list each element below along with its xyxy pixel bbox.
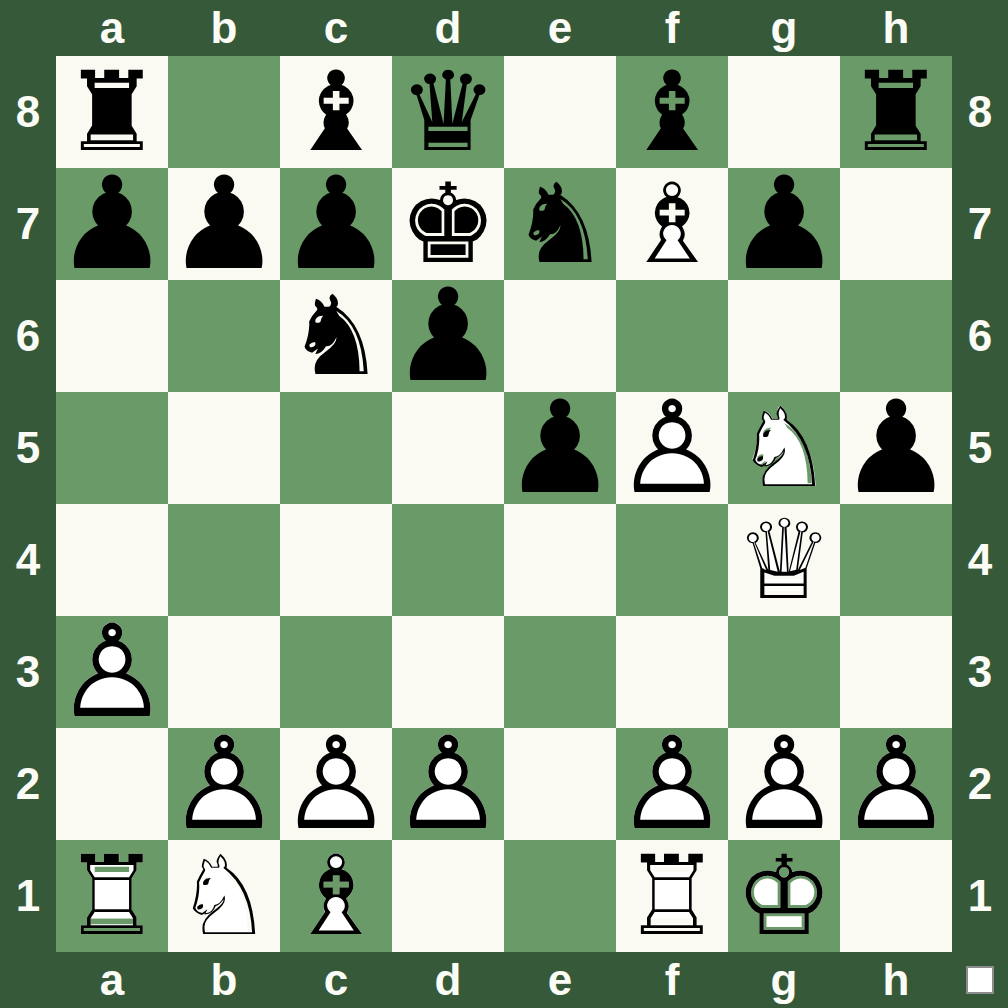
- square-g4[interactable]: ♛♕: [728, 504, 840, 616]
- square-a5[interactable]: [56, 392, 168, 504]
- white-piece-outline: ♙: [616, 728, 728, 840]
- rank-label-7: 7: [0, 168, 56, 280]
- square-h2[interactable]: ♟♙: [840, 728, 952, 840]
- piece-white-pawn[interactable]: ♟♙: [616, 392, 728, 504]
- file-label-h: h: [840, 952, 952, 1008]
- piece-white-pawn[interactable]: ♟♙: [168, 728, 280, 840]
- square-b2[interactable]: ♟♙: [168, 728, 280, 840]
- file-label-b: b: [168, 0, 280, 56]
- piece-black-pawn[interactable]: ♟: [728, 168, 840, 280]
- white-piece-outline: ♙: [616, 392, 728, 504]
- square-b1[interactable]: ♞♘: [168, 840, 280, 952]
- square-a1[interactable]: ♜♖: [56, 840, 168, 952]
- piece-white-pawn[interactable]: ♟♙: [392, 728, 504, 840]
- piece-white-pawn[interactable]: ♟♙: [616, 728, 728, 840]
- piece-black-pawn[interactable]: ♟: [840, 392, 952, 504]
- file-label-c: c: [280, 952, 392, 1008]
- piece-white-rook[interactable]: ♜♖: [616, 840, 728, 952]
- square-d8[interactable]: ♛: [392, 56, 504, 168]
- square-d1[interactable]: [392, 840, 504, 952]
- rank-label-8: 8: [952, 56, 1008, 168]
- white-piece-outline: ♙: [56, 616, 168, 728]
- square-h5[interactable]: ♟: [840, 392, 952, 504]
- piece-black-pawn[interactable]: ♟: [280, 168, 392, 280]
- rank-label-3: 3: [952, 616, 1008, 728]
- white-piece-outline: ♙: [840, 728, 952, 840]
- square-d6[interactable]: ♟: [392, 280, 504, 392]
- square-g5[interactable]: ♞♘: [728, 392, 840, 504]
- white-piece-outline: ♖: [56, 840, 168, 952]
- piece-white-bishop[interactable]: ♝♗: [280, 840, 392, 952]
- rank-label-7: 7: [952, 168, 1008, 280]
- piece-white-king[interactable]: ♚♔: [728, 840, 840, 952]
- file-label-e: e: [504, 0, 616, 56]
- square-e3[interactable]: [504, 616, 616, 728]
- white-piece-outline: ♖: [616, 840, 728, 952]
- rank-label-8: 8: [0, 56, 56, 168]
- square-f2[interactable]: ♟♙: [616, 728, 728, 840]
- rank-label-2: 2: [0, 728, 56, 840]
- square-c7[interactable]: ♟: [280, 168, 392, 280]
- square-f8[interactable]: ♝: [616, 56, 728, 168]
- piece-black-knight[interactable]: ♞: [280, 280, 392, 392]
- rank-label-3: 3: [0, 616, 56, 728]
- white-piece-outline: ♙: [728, 728, 840, 840]
- piece-black-pawn[interactable]: ♟: [56, 168, 168, 280]
- square-a6[interactable]: [56, 280, 168, 392]
- rank-labels-right: 87654321: [952, 56, 1008, 952]
- square-c4[interactable]: [280, 504, 392, 616]
- file-label-f: f: [616, 952, 728, 1008]
- piece-black-pawn[interactable]: ♟: [392, 280, 504, 392]
- piece-white-pawn[interactable]: ♟♙: [56, 616, 168, 728]
- rank-label-4: 4: [0, 504, 56, 616]
- chess-board: ♜♝♛♝♜♟♟♟♚♞♝♗♟♞♟♟♟♙♞♘♟♛♕♟♙♟♙♟♙♟♙♟♙♟♙♟♙♜♖♞…: [56, 56, 952, 952]
- piece-black-knight[interactable]: ♞: [504, 168, 616, 280]
- piece-white-queen[interactable]: ♛♕: [728, 504, 840, 616]
- square-b5[interactable]: [168, 392, 280, 504]
- rank-label-4: 4: [952, 504, 1008, 616]
- piece-black-pawn[interactable]: ♟: [504, 392, 616, 504]
- piece-black-rook[interactable]: ♜: [840, 56, 952, 168]
- square-d2[interactable]: ♟♙: [392, 728, 504, 840]
- piece-white-pawn[interactable]: ♟♙: [280, 728, 392, 840]
- white-piece-outline: ♗: [280, 840, 392, 952]
- white-piece-outline: ♕: [728, 504, 840, 616]
- piece-black-pawn[interactable]: ♟: [168, 168, 280, 280]
- square-d4[interactable]: [392, 504, 504, 616]
- file-label-d: d: [392, 952, 504, 1008]
- piece-white-knight[interactable]: ♞♘: [168, 840, 280, 952]
- white-piece-outline: ♙: [280, 728, 392, 840]
- square-f1[interactable]: ♜♖: [616, 840, 728, 952]
- square-c1[interactable]: ♝♗: [280, 840, 392, 952]
- square-f4[interactable]: [616, 504, 728, 616]
- piece-black-queen[interactable]: ♛: [392, 56, 504, 168]
- rank-label-5: 5: [952, 392, 1008, 504]
- white-piece-outline: ♙: [168, 728, 280, 840]
- white-piece-outline: ♘: [728, 392, 840, 504]
- square-g6[interactable]: [728, 280, 840, 392]
- piece-white-knight[interactable]: ♞♘: [728, 392, 840, 504]
- file-label-g: g: [728, 952, 840, 1008]
- square-f5[interactable]: ♟♙: [616, 392, 728, 504]
- white-piece-outline: ♙: [392, 728, 504, 840]
- square-e2[interactable]: [504, 728, 616, 840]
- square-c6[interactable]: ♞: [280, 280, 392, 392]
- square-a7[interactable]: ♟: [56, 168, 168, 280]
- piece-white-bishop[interactable]: ♝♗: [616, 168, 728, 280]
- square-c5[interactable]: [280, 392, 392, 504]
- rank-label-6: 6: [952, 280, 1008, 392]
- piece-white-pawn[interactable]: ♟♙: [728, 728, 840, 840]
- square-e1[interactable]: [504, 840, 616, 952]
- square-b6[interactable]: [168, 280, 280, 392]
- square-e7[interactable]: ♞: [504, 168, 616, 280]
- rank-labels-left: 87654321: [0, 56, 56, 952]
- square-g2[interactable]: ♟♙: [728, 728, 840, 840]
- piece-white-pawn[interactable]: ♟♙: [840, 728, 952, 840]
- rank-label-6: 6: [0, 280, 56, 392]
- white-piece-outline: ♗: [616, 168, 728, 280]
- square-d5[interactable]: [392, 392, 504, 504]
- square-a2[interactable]: [56, 728, 168, 840]
- square-g1[interactable]: ♚♔: [728, 840, 840, 952]
- file-labels-bottom: abcdefgh: [56, 952, 952, 1008]
- square-f7[interactable]: ♝♗: [616, 168, 728, 280]
- square-e8[interactable]: [504, 56, 616, 168]
- square-b4[interactable]: [168, 504, 280, 616]
- file-label-g: g: [728, 0, 840, 56]
- rank-label-1: 1: [952, 840, 1008, 952]
- square-a3[interactable]: ♟♙: [56, 616, 168, 728]
- white-piece-outline: ♔: [728, 840, 840, 952]
- file-label-e: e: [504, 952, 616, 1008]
- white-piece-outline: ♘: [168, 840, 280, 952]
- square-c2[interactable]: ♟♙: [280, 728, 392, 840]
- square-g7[interactable]: ♟: [728, 168, 840, 280]
- square-h4[interactable]: [840, 504, 952, 616]
- rank-label-5: 5: [0, 392, 56, 504]
- file-label-a: a: [56, 952, 168, 1008]
- chess-board-frame: abcdefgh abcdefgh 87654321 87654321 ♜♝♛♝…: [0, 0, 1008, 1008]
- piece-black-bishop[interactable]: ♝: [616, 56, 728, 168]
- square-h8[interactable]: ♜: [840, 56, 952, 168]
- square-h7[interactable]: [840, 168, 952, 280]
- turn-indicator-white: [966, 966, 994, 994]
- square-e4[interactable]: [504, 504, 616, 616]
- rank-label-1: 1: [0, 840, 56, 952]
- square-e5[interactable]: ♟: [504, 392, 616, 504]
- rank-label-2: 2: [952, 728, 1008, 840]
- square-h1[interactable]: [840, 840, 952, 952]
- file-labels-top: abcdefgh: [56, 0, 952, 56]
- square-b7[interactable]: ♟: [168, 168, 280, 280]
- file-label-b: b: [168, 952, 280, 1008]
- piece-white-rook[interactable]: ♜♖: [56, 840, 168, 952]
